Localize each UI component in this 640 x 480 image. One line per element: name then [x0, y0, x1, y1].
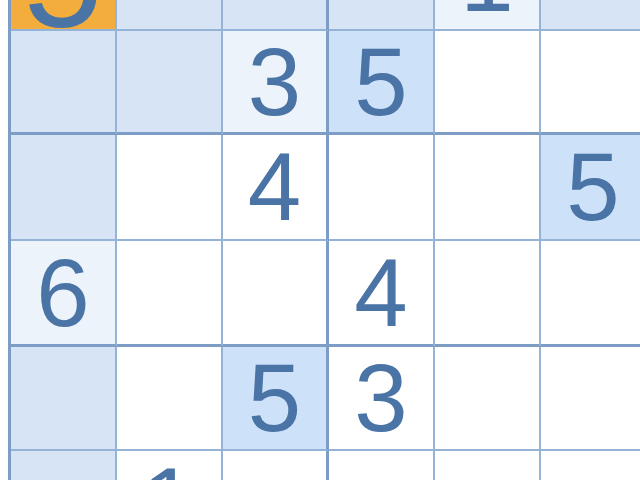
cell-r6c5[interactable] — [435, 451, 541, 480]
cell-r3c4[interactable] — [329, 135, 435, 241]
cell-r4c6[interactable] — [541, 241, 640, 347]
digit: 3 — [354, 350, 407, 446]
cell-r1c4[interactable] — [329, 0, 435, 31]
cell-r3c6[interactable]: 5 — [541, 135, 640, 241]
cell-r3c3[interactable]: 4 — [223, 135, 329, 241]
digit: 6 — [36, 245, 89, 341]
cell-r1c6[interactable] — [541, 0, 640, 31]
cell-r1c3[interactable] — [223, 0, 329, 31]
cell-r6c3[interactable] — [223, 451, 329, 480]
cell-r5c5[interactable] — [435, 347, 541, 451]
cell-r3c1[interactable] — [11, 135, 117, 241]
cell-r2c3[interactable]: 3 — [223, 31, 329, 135]
cell-r4c2[interactable] — [117, 241, 223, 347]
digit: 5 — [566, 139, 619, 235]
cell-r2c6[interactable] — [541, 31, 640, 135]
cell-r4c3[interactable] — [223, 241, 329, 347]
digit: 1 — [142, 454, 195, 480]
cell-r2c5[interactable] — [435, 31, 541, 135]
cell-r1c5[interactable]: 1 — [435, 0, 541, 31]
digit: 5 — [248, 350, 301, 446]
digit: 5 — [354, 34, 407, 130]
sudoku-board: 51354564531 — [8, 0, 640, 480]
cell-r4c1[interactable]: 6 — [11, 241, 117, 347]
cell-r2c2[interactable] — [117, 31, 223, 135]
board-viewport: 51354564531 — [0, 0, 640, 480]
cell-r5c3[interactable]: 5 — [223, 347, 329, 451]
digit: 4 — [354, 245, 407, 341]
cell-r2c4[interactable]: 5 — [329, 31, 435, 135]
digit: 3 — [248, 34, 301, 130]
cell-r5c4[interactable]: 3 — [329, 347, 435, 451]
cell-r3c2[interactable] — [117, 135, 223, 241]
cell-r5c1[interactable] — [11, 347, 117, 451]
cell-r1c1[interactable]: 5 — [11, 0, 117, 31]
cell-r6c4[interactable] — [329, 451, 435, 480]
cell-r4c4[interactable]: 4 — [329, 241, 435, 347]
digit: 4 — [248, 139, 301, 235]
cell-r5c2[interactable] — [117, 347, 223, 451]
cell-r2c1[interactable] — [11, 31, 117, 135]
cell-r6c6[interactable] — [541, 451, 640, 480]
cell-r6c1[interactable] — [11, 451, 117, 480]
cell-r1c2[interactable] — [117, 0, 223, 31]
cell-r3c5[interactable] — [435, 135, 541, 241]
cell-r6c2[interactable]: 1 — [117, 451, 223, 480]
digit: 1 — [460, 0, 513, 26]
cell-r5c6[interactable] — [541, 347, 640, 451]
cell-r4c5[interactable] — [435, 241, 541, 347]
